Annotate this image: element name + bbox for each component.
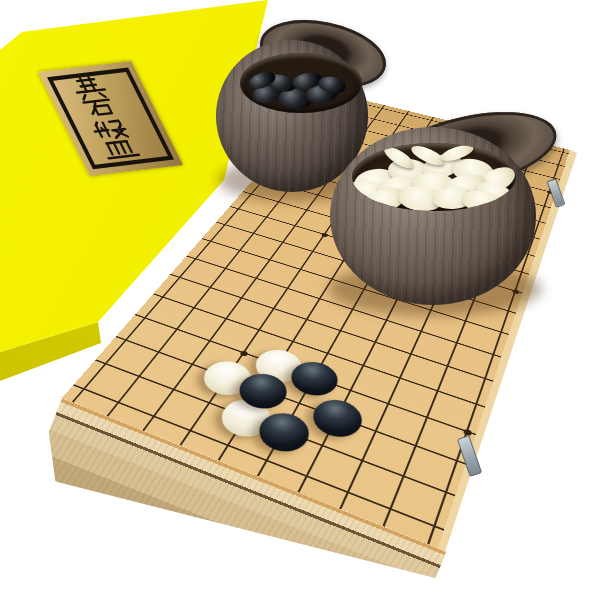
kanji-go	[70, 76, 116, 116]
white-bowl-opening	[352, 143, 516, 211]
black-bowl-opening	[240, 53, 362, 113]
kanji-ban	[91, 119, 139, 158]
star-point	[321, 233, 329, 238]
product-photo-go-set: 碁盤	[0, 0, 600, 600]
star-point	[239, 350, 249, 357]
box-label-text: 碁盤	[38, 72, 40, 73]
white-bowl	[330, 127, 536, 305]
go-stone-black	[306, 394, 368, 444]
